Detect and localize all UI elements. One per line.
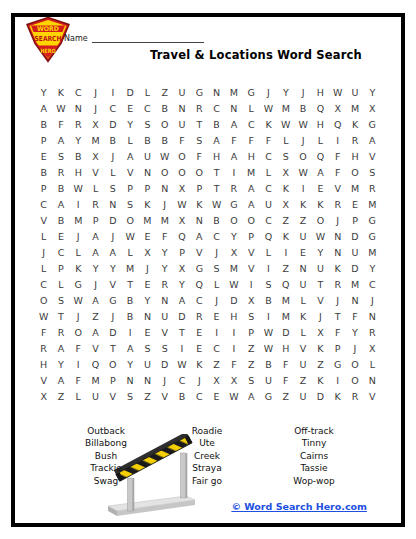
grid-cell: A [173,293,190,309]
grid-cell: N [329,245,346,261]
grid-cell: O [346,373,363,389]
word-item: Outback [58,425,154,437]
grid-cell: F [329,149,346,165]
grid-cell: Y [173,277,190,293]
grid-cell: X [277,197,294,213]
grid-cell: O [225,213,242,229]
grid-cell: I [243,277,260,293]
grid-cell: Y [87,261,104,277]
grid-cell: Z [277,213,294,229]
grid-cell: Y [121,357,138,373]
grid-cell: L [260,245,277,261]
grid-cell: Z [277,389,294,405]
grid-cell: S [139,341,156,357]
grid-cell: E [294,245,311,261]
grid-cell: E [208,309,225,325]
grid-cell: Q [191,277,208,293]
grid-cell: J [104,149,121,165]
grid-cell: T [173,325,190,341]
grid-cell: N [225,101,242,117]
word-item: Tassie [266,462,362,474]
grid-cell: A [225,149,242,165]
grid-cell: U [294,229,311,245]
grid-cell: T [52,309,69,325]
name-blank-line [92,33,204,43]
grid-cell: I [277,245,294,261]
grid-cell: E [52,229,69,245]
grid-cell: D [277,325,294,341]
grid-cell: M [87,133,104,149]
grid-cell: M [139,213,156,229]
grid-cell: I [329,133,346,149]
grid-cell: L [87,181,104,197]
grid-cell: O [35,293,52,309]
grid-cell: D [312,389,329,405]
grid-cell: E [121,101,138,117]
grid-cell: A [52,373,69,389]
grid-cell: E [208,389,225,405]
grid-cell: W [312,229,329,245]
grid-cell: U [294,389,311,405]
grid-cell: I [225,341,242,357]
grid-cell: D [346,261,363,277]
grid-cell: H [312,85,329,101]
grid-cell: P [35,133,52,149]
grid-cell: H [35,357,52,373]
grid-cell: L [294,325,311,341]
grid-cell: K [277,181,294,197]
grid-cell: A [243,389,260,405]
grid-cell: K [277,229,294,245]
grid-cell: X [312,325,329,341]
grid-cell: C [104,101,121,117]
grid-cell: J [139,261,156,277]
grid-cell: I [260,309,277,325]
grid-cell: D [225,293,242,309]
grid-cell: C [191,389,208,405]
grid-cell: W [52,101,69,117]
grid-cell: L [139,85,156,101]
grid-cell: S [208,261,225,277]
grid-cell: L [35,261,52,277]
grid-cell: W [225,389,242,405]
grid-cell: S [121,389,138,405]
grid-cell: Z [87,309,104,325]
grid-cell: M [87,373,104,389]
grid-cell: K [260,117,277,133]
grid-cell: N [156,293,173,309]
grid-cell: P [104,373,121,389]
grid-cell: X [243,293,260,309]
grid-cell: M [156,213,173,229]
grid-cell: X [173,181,190,197]
word-item: Straya [159,462,255,474]
word-list-column-1: OutbackBillabongBushTrackieSwag [58,425,154,487]
grid-cell: A [312,165,329,181]
grid-cell: G [191,261,208,277]
grid-cell: L [121,133,138,149]
grid-cell: G [70,277,87,293]
grid-cell: N [329,229,346,245]
grid-cell: G [364,213,381,229]
grid-cell: J [294,85,311,101]
grid-cell: P [35,181,52,197]
grid-cell: J [329,293,346,309]
grid-cell: U [346,245,363,261]
grid-cell: L [277,133,294,149]
grid-cell: W [35,309,52,325]
grid-cell: S [104,181,121,197]
word-item: Roadie [159,425,255,437]
grid-cell: P [191,181,208,197]
grid-cell: V [104,389,121,405]
grid-cell: U [294,357,311,373]
grid-cell: P [243,229,260,245]
grid-cell: O [173,165,190,181]
grid-cell: B [208,213,225,229]
grid-cell: R [156,277,173,293]
grid-cell: E [139,277,156,293]
grid-cell: I [121,325,138,341]
grid-cell: N [70,101,87,117]
grid-cell: Z [208,357,225,373]
grid-cell: Q [87,357,104,373]
worksheet-page: WORD SEARCH HERO Name Travel & Locations… [0,0,416,539]
grid-cell: F [52,117,69,133]
grid-cell: Y [225,229,242,245]
grid-cell: A [121,341,138,357]
grid-cell: A [121,149,138,165]
grid-cell: I [173,341,190,357]
grid-cell: S [121,197,138,213]
grid-cell: U [139,357,156,373]
grid-cell: J [87,277,104,293]
grid-cell: B [104,133,121,149]
grid-cell: A [87,229,104,245]
grid-cell: W [294,165,311,181]
grid-cell: Y [139,293,156,309]
grid-cell: W [294,117,311,133]
grid-cell: A [243,197,260,213]
grid-cell: Z [312,357,329,373]
word-item: Ute [159,437,255,449]
grid-cell: J [364,293,381,309]
grid-cell: J [346,341,363,357]
grid-cell: F [191,149,208,165]
grid-cell: M [121,261,138,277]
grid-cell: K [191,197,208,213]
grid-cell: M [277,309,294,325]
grid-cell: N [191,213,208,229]
grid-cell: V [294,341,311,357]
grid-cell: N [364,373,381,389]
grid-cell: Q [312,149,329,165]
grid-cell: L [121,245,138,261]
grid-cell: S [243,373,260,389]
logo-text-search: SEARCH [35,35,62,43]
grid-cell: F [35,325,52,341]
grid-cell: Y [312,245,329,261]
grid-cell: J [87,85,104,101]
grid-cell: S [260,277,277,293]
grid-cell: M [364,245,381,261]
grid-cell: S [52,293,69,309]
grid-cell: C [260,213,277,229]
grid-cell: R [329,197,346,213]
word-item: Creek [159,450,255,462]
grid-cell: B [121,293,138,309]
grid-cell: F [277,357,294,373]
grid-cell: B [52,213,69,229]
grid-cell: B [260,293,277,309]
grid-cell: F [225,357,242,373]
grid-cell: M [225,85,242,101]
grid-cell: W [225,277,242,293]
grid-cell: V [243,261,260,277]
grid-cell: A [52,341,69,357]
grid-cell: P [139,181,156,197]
grid-cell: I [329,373,346,389]
grid-cell: S [364,165,381,181]
grid-cell: X [173,261,190,277]
grid-cell: O [104,357,121,373]
grid-cell: J [312,309,329,325]
grid-cell: A [208,133,225,149]
grid-cell: X [35,389,52,405]
grid-cell: U [312,261,329,277]
grid-cell: R [191,101,208,117]
grid-cell: O [243,213,260,229]
grid-cell: S [277,149,294,165]
grid-cell: O [346,165,363,181]
grid-cell: N [156,181,173,197]
grid-cell: O [173,149,190,165]
grid-cell: R [52,165,69,181]
grid-cell: H [225,309,242,325]
grid-cell: I [70,357,87,373]
grid-cell: D [104,117,121,133]
grid-cell: B [52,181,69,197]
grid-cell: J [70,309,87,325]
grid-cell: Z [243,341,260,357]
grid-cell: Y [70,133,87,149]
grid-cell: X [364,101,381,117]
grid-cell: F [173,133,190,149]
grid-cell: C [139,101,156,117]
grid-cell: C [208,341,225,357]
grid-cell: M [70,213,87,229]
grid-cell: H [277,341,294,357]
grid-cell: U [87,389,104,405]
grid-cell: I [225,165,242,181]
grid-cell: L [35,229,52,245]
letter-grid: YKCJIDLZUGNMGJYJHWUYAWNJCECBNRCNLWMBQXMX… [35,85,381,405]
grid-cell: D [104,325,121,341]
grid-cell: J [329,213,346,229]
logo-text-word: WORD [37,25,60,33]
grid-cell: Q [329,117,346,133]
grid-cell: P [52,261,69,277]
grid-cell: V [87,165,104,181]
grid-cell: R [364,181,381,197]
grid-cell: E [191,325,208,341]
grid-cell: Z [294,373,311,389]
grid-cell: O [121,213,138,229]
grid-cell: B [260,357,277,373]
grid-cell: V [329,181,346,197]
word-item: Tinny [266,437,362,449]
grid-cell: C [52,245,69,261]
grid-cell: F [70,373,87,389]
grid-cell: R [87,197,104,213]
grid-cell: N [139,165,156,181]
grid-cell: Y [121,117,138,133]
grid-cell: M [225,261,242,277]
grid-cell: E [35,149,52,165]
grid-cell: O [312,213,329,229]
grid-cell: L [312,133,329,149]
word-item: Cairns [266,450,362,462]
grid-cell: Y [364,85,381,101]
grid-cell: B [156,133,173,149]
grid-cell: G [104,293,121,309]
grid-cell: F [156,229,173,245]
grid-cell: Q [173,229,190,245]
grid-cell: Q [277,277,294,293]
grid-cell: Z [294,213,311,229]
grid-cell: M [346,101,363,117]
grid-cell: I [70,197,87,213]
grid-cell: L [208,277,225,293]
grid-cell: L [364,357,381,373]
grid-cell: V [312,293,329,309]
grid-cell: P [243,325,260,341]
grid-cell: W [70,181,87,197]
grid-cell: P [121,181,138,197]
word-item: Off-track [266,425,362,437]
grid-cell: V [35,213,52,229]
grid-cell: M [277,101,294,117]
grid-cell: B [173,389,190,405]
grid-cell: V [35,373,52,389]
grid-cell: J [191,373,208,389]
grid-cell: X [277,165,294,181]
grid-cell: E [346,197,363,213]
grid-cell: A [225,117,242,133]
grid-cell: C [260,149,277,165]
grid-cell: M [277,293,294,309]
grid-cell: L [104,165,121,181]
grid-cell: G [243,85,260,101]
grid-cell: N [121,373,138,389]
grid-cell: Y [156,261,173,277]
grid-cell: G [329,357,346,373]
grid-cell: P [346,213,363,229]
grid-cell: Z [139,389,156,405]
grid-cell: W [260,101,277,117]
grid-cell: C [208,229,225,245]
grid-cell: D [121,85,138,101]
grid-cell: A [243,181,260,197]
grid-cell: Y [156,245,173,261]
grid-cell: C [243,117,260,133]
grid-cell: T [121,277,138,293]
grid-cell: D [173,309,190,325]
grid-cell: Z [277,261,294,277]
grid-cell: W [121,229,138,245]
grid-cell: J [156,373,173,389]
grid-cell: X [225,245,242,261]
grid-cell: U [156,309,173,325]
grid-cell: C [35,197,52,213]
grid-cell: V [364,389,381,405]
grid-cell: V [156,389,173,405]
grid-cell: V [104,277,121,293]
grid-cell: G [225,197,242,213]
grid-cell: Y [277,85,294,101]
grid-cell: X [329,101,346,117]
grid-cell: S [156,341,173,357]
grid-cell: Y [35,85,52,101]
grid-cell: D [156,357,173,373]
grid-cell: Z [52,389,69,405]
grid-cell: M [243,165,260,181]
word-search-hero-link[interactable]: © Word Search Hero.com [231,501,367,512]
grid-cell: C [173,373,190,389]
puzzle-title: Travel & Locations Word Search [150,48,362,62]
grid-cell: D [104,213,121,229]
grid-cell: V [191,245,208,261]
grid-cell: S [52,149,69,165]
grid-cell: I [104,85,121,101]
grid-cell: R [329,277,346,293]
grid-cell: F [260,133,277,149]
grid-cell: K [312,197,329,213]
grid-cell: W [156,149,173,165]
grid-cell: G [191,85,208,101]
grid-cell: K [52,85,69,101]
grid-cell: K [191,357,208,373]
grid-cell: B [208,117,225,133]
grid-cell: O [70,325,87,341]
grid-cell: I [208,325,225,341]
grid-cell: A [104,245,121,261]
word-list-column-2: RoadieUteCreekStrayaFair go [159,425,255,487]
grid-cell: U [346,85,363,101]
grid-cell: J [208,293,225,309]
grid-cell: A [35,101,52,117]
grid-cell: V [364,149,381,165]
grid-cell: V [243,245,260,261]
grid-cell: U [139,149,156,165]
grid-cell: I [294,181,311,197]
grid-cell: F [277,373,294,389]
word-item: Trackie [58,462,154,474]
grid-cell: M [364,197,381,213]
grid-cell: M [346,181,363,197]
grid-cell: G [260,389,277,405]
grid-cell: Q [260,229,277,245]
grid-cell: X [364,341,381,357]
grid-cell: N [173,101,190,117]
grid-cell: A [52,197,69,213]
grid-cell: R [70,117,87,133]
grid-cell: R [52,325,69,341]
grid-cell: W [208,197,225,213]
grid-cell: C [260,181,277,197]
grid-cell: B [294,101,311,117]
grid-cell: U [260,197,277,213]
